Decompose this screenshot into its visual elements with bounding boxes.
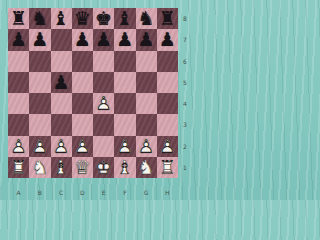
square-c5[interactable]: ♟: [51, 72, 72, 93]
piece-white-queen[interactable]: ♛♕: [72, 157, 93, 178]
piece-white-pawn[interactable]: ♟♙: [72, 136, 93, 157]
chess-app: ♜♞♝♛♚♝♞♜♟♟♟♟♟♟♟♟♟♙♟♙♟♙♟♙♟♙♟♙♟♙♟♙♜♖♞♘♝♗♛♕…: [0, 0, 200, 200]
square-h5[interactable]: [157, 72, 178, 93]
square-a1[interactable]: ♜♖: [8, 157, 29, 178]
black-bishop-icon: ♝: [51, 8, 72, 29]
file-label-d: D: [72, 186, 93, 198]
square-g6[interactable]: [136, 51, 157, 72]
square-g4[interactable]: [136, 93, 157, 114]
square-c8[interactable]: ♝: [51, 8, 72, 29]
square-a5[interactable]: [8, 72, 29, 93]
square-b5[interactable]: [29, 72, 50, 93]
white-pawn-outline-icon: ♙: [114, 136, 135, 157]
black-pawn-icon: ♟: [29, 29, 50, 50]
piece-black-king[interactable]: ♚: [93, 8, 114, 29]
square-b1[interactable]: ♞♘: [29, 157, 50, 178]
piece-black-rook[interactable]: ♜: [8, 8, 29, 29]
chess-board: ♜♞♝♛♚♝♞♜♟♟♟♟♟♟♟♟♟♙♟♙♟♙♟♙♟♙♟♙♟♙♟♙♜♖♞♘♝♗♛♕…: [8, 8, 178, 178]
square-d5[interactable]: [72, 72, 93, 93]
black-pawn-icon: ♟: [51, 72, 72, 93]
piece-white-pawn[interactable]: ♟♙: [29, 136, 50, 157]
white-knight-outline-icon: ♘: [136, 157, 157, 178]
square-a6[interactable]: [8, 51, 29, 72]
black-knight-icon: ♞: [29, 8, 50, 29]
square-e3[interactable]: [93, 114, 114, 135]
piece-black-pawn[interactable]: ♟: [72, 29, 93, 50]
piece-black-pawn[interactable]: ♟: [136, 29, 157, 50]
white-king-outline-icon: ♔: [93, 157, 114, 178]
white-pawn-outline-icon: ♙: [72, 136, 93, 157]
square-b8[interactable]: ♞: [29, 8, 50, 29]
square-c3[interactable]: [51, 114, 72, 135]
square-f5[interactable]: [114, 72, 135, 93]
square-a4[interactable]: [8, 93, 29, 114]
black-rook-icon: ♜: [8, 8, 29, 29]
square-d7[interactable]: ♟: [72, 29, 93, 50]
file-label-h: H: [157, 186, 178, 198]
white-pawn-outline-icon: ♙: [51, 136, 72, 157]
square-h8[interactable]: ♜: [157, 8, 178, 29]
square-e2[interactable]: [93, 136, 114, 157]
piece-black-pawn[interactable]: ♟: [157, 29, 178, 50]
piece-black-rook[interactable]: ♜: [157, 8, 178, 29]
rank-label-3: 3: [179, 114, 191, 135]
black-pawn-icon: ♟: [136, 29, 157, 50]
white-queen-outline-icon: ♕: [72, 157, 93, 178]
square-g3[interactable]: [136, 114, 157, 135]
square-d8[interactable]: ♛: [72, 8, 93, 29]
piece-white-bishop[interactable]: ♝♗: [51, 157, 72, 178]
piece-white-rook[interactable]: ♜♖: [157, 157, 178, 178]
square-c6[interactable]: [51, 51, 72, 72]
black-bishop-icon: ♝: [114, 8, 135, 29]
square-e1[interactable]: ♚♔: [93, 157, 114, 178]
piece-black-knight[interactable]: ♞: [136, 8, 157, 29]
square-f2[interactable]: ♟♙: [114, 136, 135, 157]
black-pawn-icon: ♟: [157, 29, 178, 50]
piece-white-pawn[interactable]: ♟♙: [136, 136, 157, 157]
square-h3[interactable]: [157, 114, 178, 135]
square-h2[interactable]: ♟♙: [157, 136, 178, 157]
piece-black-bishop[interactable]: ♝: [51, 8, 72, 29]
piece-black-pawn[interactable]: ♟: [29, 29, 50, 50]
rank-label-5: 5: [179, 72, 191, 93]
square-d2[interactable]: ♟♙: [72, 136, 93, 157]
square-a3[interactable]: [8, 114, 29, 135]
square-b2[interactable]: ♟♙: [29, 136, 50, 157]
piece-black-pawn[interactable]: ♟: [51, 72, 72, 93]
rank-label-1: 1: [179, 157, 191, 178]
white-bishop-outline-icon: ♗: [51, 157, 72, 178]
square-a2[interactable]: ♟♙: [8, 136, 29, 157]
square-c4[interactable]: [51, 93, 72, 114]
black-king-icon: ♚: [93, 8, 114, 29]
black-pawn-icon: ♟: [72, 29, 93, 50]
rank-label-2: 2: [179, 136, 191, 157]
file-label-f: F: [114, 186, 135, 198]
white-rook-outline-icon: ♖: [8, 157, 29, 178]
piece-black-pawn[interactable]: ♟: [114, 29, 135, 50]
piece-white-pawn[interactable]: ♟♙: [93, 93, 114, 114]
square-g7[interactable]: ♟: [136, 29, 157, 50]
square-a8[interactable]: ♜: [8, 8, 29, 29]
square-c7[interactable]: [51, 29, 72, 50]
square-c2[interactable]: ♟♙: [51, 136, 72, 157]
piece-white-pawn[interactable]: ♟♙: [157, 136, 178, 157]
square-h7[interactable]: ♟: [157, 29, 178, 50]
piece-white-king[interactable]: ♚♔: [93, 157, 114, 178]
white-pawn-outline-icon: ♙: [29, 136, 50, 157]
square-d1[interactable]: ♛♕: [72, 157, 93, 178]
black-pawn-icon: ♟: [8, 29, 29, 50]
square-b4[interactable]: [29, 93, 50, 114]
square-h6[interactable]: [157, 51, 178, 72]
piece-white-pawn[interactable]: ♟♙: [8, 136, 29, 157]
square-f3[interactable]: [114, 114, 135, 135]
white-knight-outline-icon: ♘: [29, 157, 50, 178]
black-knight-icon: ♞: [136, 8, 157, 29]
file-label-e: E: [93, 186, 114, 198]
square-e7[interactable]: ♟: [93, 29, 114, 50]
piece-white-knight[interactable]: ♞♘: [136, 157, 157, 178]
file-label-b: B: [29, 186, 50, 198]
piece-white-bishop[interactable]: ♝♗: [114, 157, 135, 178]
piece-black-bishop[interactable]: ♝: [114, 8, 135, 29]
square-b7[interactable]: ♟: [29, 29, 50, 50]
piece-white-pawn[interactable]: ♟♙: [51, 136, 72, 157]
rank-label-7: 7: [179, 29, 191, 50]
piece-black-pawn[interactable]: ♟: [8, 29, 29, 50]
rank-coordinates: 87654321: [179, 8, 191, 178]
piece-black-knight[interactable]: ♞: [29, 8, 50, 29]
square-f8[interactable]: ♝: [114, 8, 135, 29]
piece-white-knight[interactable]: ♞♘: [29, 157, 50, 178]
square-e4[interactable]: ♟♙: [93, 93, 114, 114]
white-bishop-outline-icon: ♗: [114, 157, 135, 178]
square-g2[interactable]: ♟♙: [136, 136, 157, 157]
white-rook-outline-icon: ♖: [157, 157, 178, 178]
white-pawn-outline-icon: ♙: [157, 136, 178, 157]
square-f1[interactable]: ♝♗: [114, 157, 135, 178]
rank-label-4: 4: [179, 93, 191, 114]
square-g8[interactable]: ♞: [136, 8, 157, 29]
square-b6[interactable]: [29, 51, 50, 72]
piece-black-pawn[interactable]: ♟: [93, 29, 114, 50]
file-label-g: G: [136, 186, 157, 198]
square-e6[interactable]: [93, 51, 114, 72]
square-h1[interactable]: ♜♖: [157, 157, 178, 178]
square-g1[interactable]: ♞♘: [136, 157, 157, 178]
square-a7[interactable]: ♟: [8, 29, 29, 50]
square-e8[interactable]: ♚: [93, 8, 114, 29]
file-coordinates: ABCDEFGH: [8, 186, 178, 198]
square-d4[interactable]: [72, 93, 93, 114]
white-pawn-outline-icon: ♙: [93, 93, 114, 114]
rank-label-8: 8: [179, 8, 191, 29]
square-f7[interactable]: ♟: [114, 29, 135, 50]
black-pawn-icon: ♟: [114, 29, 135, 50]
piece-black-queen[interactable]: ♛: [72, 8, 93, 29]
white-pawn-outline-icon: ♙: [136, 136, 157, 157]
black-pawn-icon: ♟: [93, 29, 114, 50]
square-b3[interactable]: [29, 114, 50, 135]
square-f4[interactable]: [114, 93, 135, 114]
black-rook-icon: ♜: [157, 8, 178, 29]
square-f6[interactable]: [114, 51, 135, 72]
square-c1[interactable]: ♝♗: [51, 157, 72, 178]
square-d3[interactable]: [72, 114, 93, 135]
square-g5[interactable]: [136, 72, 157, 93]
square-h4[interactable]: [157, 93, 178, 114]
square-d6[interactable]: [72, 51, 93, 72]
piece-white-rook[interactable]: ♜♖: [8, 157, 29, 178]
square-e5[interactable]: [93, 72, 114, 93]
piece-white-pawn[interactable]: ♟♙: [114, 136, 135, 157]
black-queen-icon: ♛: [72, 8, 93, 29]
rank-label-6: 6: [179, 51, 191, 72]
file-label-a: A: [8, 186, 29, 198]
file-label-c: C: [51, 186, 72, 198]
white-pawn-outline-icon: ♙: [8, 136, 29, 157]
